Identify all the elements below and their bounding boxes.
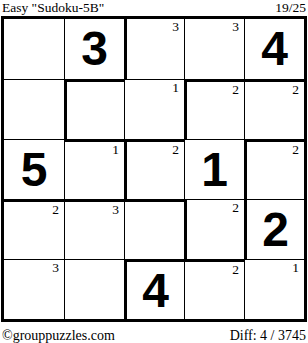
cell-r3c3[interactable]: 2: [124, 139, 184, 199]
cell-r4c1[interactable]: 2: [4, 199, 64, 259]
cell-r4c5[interactable]: 2: [244, 199, 304, 259]
pencil-mark: 1: [112, 143, 119, 157]
header: Easy "Sudoku-5B" 19/25: [0, 0, 308, 16]
cell-r3c4[interactable]: 1: [184, 139, 244, 199]
given-digit: 4: [127, 262, 184, 319]
cell-r1c1[interactable]: [4, 19, 64, 79]
cell-r3c1[interactable]: 5: [4, 139, 64, 199]
cell-r2c1[interactable]: [4, 79, 64, 139]
footer: ©grouppuzzles.com Diff: 4 / 3745: [0, 322, 308, 343]
pencil-mark: 2: [52, 203, 59, 217]
pencil-mark: 2: [232, 201, 239, 215]
cell-r2c3[interactable]: 1: [124, 79, 184, 139]
progress-counter: 19/25: [275, 1, 306, 15]
cell-r3c2[interactable]: 1: [64, 139, 124, 199]
pencil-mark: 2: [292, 143, 299, 157]
cell-r1c4[interactable]: 3: [184, 19, 244, 79]
cell-r2c4[interactable]: 2: [184, 79, 244, 139]
given-digit: 1: [185, 140, 244, 199]
cell-r5c4[interactable]: 2: [184, 259, 244, 319]
pencil-mark: 2: [232, 83, 239, 97]
cell-r4c3[interactable]: [124, 199, 184, 259]
pencil-mark: 3: [112, 203, 119, 217]
pencil-mark: 1: [292, 261, 299, 275]
cell-r2c5[interactable]: 2: [244, 79, 304, 139]
cell-r5c3[interactable]: 4: [124, 259, 184, 319]
cell-r4c4[interactable]: 2: [184, 199, 244, 259]
cell-r5c5[interactable]: 1: [244, 259, 304, 319]
puzzle-title: Easy "Sudoku-5B": [2, 1, 104, 15]
pencil-mark: 3: [52, 261, 59, 275]
cell-r4c2[interactable]: 3: [64, 199, 124, 259]
given-digit: 3: [65, 19, 124, 79]
pencil-mark: 1: [172, 81, 179, 95]
pencil-mark: 2: [292, 83, 299, 97]
cell-r1c5[interactable]: 4: [244, 19, 304, 79]
cell-r5c2[interactable]: [64, 259, 124, 319]
pencil-mark: 2: [232, 263, 239, 277]
pencil-mark: 2: [172, 143, 179, 157]
cell-r5c1[interactable]: 3: [4, 259, 64, 319]
cell-r1c2[interactable]: 3: [64, 19, 124, 79]
cell-r3c5[interactable]: 2: [244, 139, 304, 199]
cell-r1c3[interactable]: 3: [124, 19, 184, 79]
copyright-label: ©grouppuzzles.com: [2, 328, 115, 343]
given-digit: 5: [4, 140, 64, 199]
pencil-mark: 3: [232, 20, 239, 34]
given-digit: 2: [247, 200, 304, 259]
sudoku-board: 33341225121223223421: [1, 16, 307, 322]
difficulty-label: Diff: 4 / 3745: [230, 328, 306, 343]
cell-r2c2[interactable]: [64, 79, 124, 139]
pencil-mark: 3: [172, 20, 179, 34]
given-digit: 4: [245, 19, 304, 79]
